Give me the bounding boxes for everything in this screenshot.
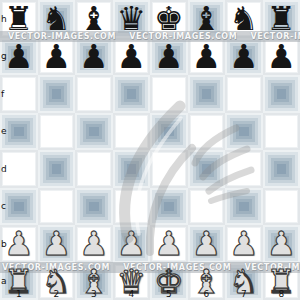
black-pawn[interactable]: ♟ <box>229 38 259 76</box>
square-d7[interactable] <box>225 150 263 188</box>
square-b7[interactable]: ♟ <box>225 225 263 263</box>
file-label-8: 8 <box>263 289 301 299</box>
rank-label-h: h <box>1 0 11 38</box>
rank-label-e: e <box>1 113 11 151</box>
square-g8[interactable]: ♟ <box>263 38 301 76</box>
square-f7[interactable] <box>225 75 263 113</box>
black-pawn[interactable]: ♟ <box>266 38 296 76</box>
square-f2[interactable] <box>38 75 76 113</box>
file-label-6: 6 <box>188 289 226 299</box>
rank-label-g: g <box>1 38 11 76</box>
black-pawn[interactable]: ♟ <box>41 38 71 76</box>
square-e5[interactable] <box>150 113 188 151</box>
square-f5[interactable] <box>150 75 188 113</box>
rank-label-d: d <box>1 150 11 188</box>
white-pawn[interactable]: ♟ <box>116 225 146 263</box>
square-e7[interactable] <box>225 113 263 151</box>
square-e6[interactable] <box>188 113 226 151</box>
file-label-7: 7 <box>225 289 263 299</box>
square-b3[interactable]: ♟ <box>75 225 113 263</box>
square-f6[interactable] <box>188 75 226 113</box>
white-pawn[interactable]: ♟ <box>266 225 296 263</box>
square-e4[interactable] <box>113 113 151 151</box>
white-pawn[interactable]: ♟ <box>191 225 221 263</box>
square-b2[interactable]: ♟ <box>38 225 76 263</box>
square-g7[interactable]: ♟ <box>225 38 263 76</box>
square-g6[interactable]: ♟ <box>188 38 226 76</box>
square-e2[interactable] <box>38 113 76 151</box>
square-f8[interactable] <box>263 75 301 113</box>
square-g3[interactable]: ♟ <box>75 38 113 76</box>
white-pawn[interactable]: ♟ <box>229 225 259 263</box>
square-g4[interactable]: ♟ <box>113 38 151 76</box>
file-label-1: 1 <box>0 289 38 299</box>
square-b4[interactable]: ♟ <box>113 225 151 263</box>
square-d2[interactable] <box>38 150 76 188</box>
watermark-band-top: VECTOR-IMAGES.COM VECTOR-IMAGES.COM VECT… <box>0 31 300 42</box>
black-pawn[interactable]: ♟ <box>79 38 109 76</box>
square-c5[interactable] <box>150 188 188 226</box>
file-label-2: 2 <box>38 289 76 299</box>
square-e8[interactable] <box>263 113 301 151</box>
square-b8[interactable]: ♟ <box>263 225 301 263</box>
square-c8[interactable] <box>263 188 301 226</box>
square-c2[interactable] <box>38 188 76 226</box>
rank-label-f: f <box>1 75 11 113</box>
square-d6[interactable] <box>188 150 226 188</box>
square-c6[interactable] <box>188 188 226 226</box>
square-g2[interactable]: ♟ <box>38 38 76 76</box>
chess-board: ♜♞♝♛♚♝♞♜♟♟♟♟♟♟♟♟♟♟♟♟♟♟♟♟♜♞♝♛♚♝♞♜ <box>0 0 300 300</box>
file-label-3: 3 <box>75 289 113 299</box>
square-c4[interactable] <box>113 188 151 226</box>
square-d5[interactable] <box>150 150 188 188</box>
white-pawn[interactable]: ♟ <box>41 225 71 263</box>
rank-label-b: b <box>1 225 11 263</box>
square-f3[interactable] <box>75 75 113 113</box>
white-pawn[interactable]: ♟ <box>79 225 109 263</box>
square-c3[interactable] <box>75 188 113 226</box>
square-b5[interactable]: ♟ <box>150 225 188 263</box>
square-d4[interactable] <box>113 150 151 188</box>
square-d3[interactable] <box>75 150 113 188</box>
rank-label-c: c <box>1 188 11 226</box>
square-c7[interactable] <box>225 188 263 226</box>
square-b6[interactable]: ♟ <box>188 225 226 263</box>
square-e3[interactable] <box>75 113 113 151</box>
chess-clipart-image: ♜♞♝♛♚♝♞♜♟♟♟♟♟♟♟♟♟♟♟♟♟♟♟♟♜♞♝♛♚♝♞♜ VECTOR-… <box>0 0 300 300</box>
square-g5[interactable]: ♟ <box>150 38 188 76</box>
black-pawn[interactable]: ♟ <box>116 38 146 76</box>
square-f4[interactable] <box>113 75 151 113</box>
square-d8[interactable] <box>263 150 301 188</box>
black-pawn[interactable]: ♟ <box>191 38 221 76</box>
file-label-4: 4 <box>113 289 151 299</box>
file-label-5: 5 <box>150 289 188 299</box>
white-pawn[interactable]: ♟ <box>154 225 184 263</box>
black-pawn[interactable]: ♟ <box>154 38 184 76</box>
